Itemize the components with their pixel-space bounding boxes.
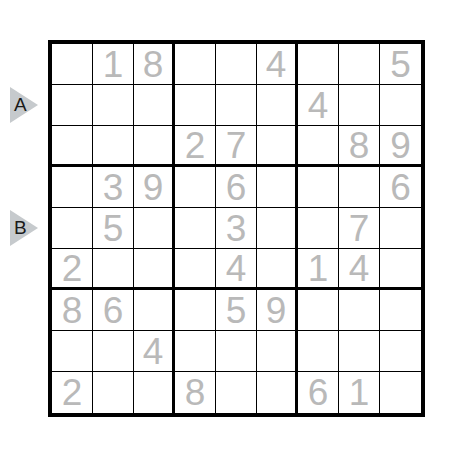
sudoku-cell-r5c4[interactable] [175, 208, 216, 249]
sudoku-cell-r6c6[interactable] [257, 249, 298, 290]
sudoku-cell-r5c6[interactable] [257, 208, 298, 249]
sudoku-cell-r5c5[interactable]: 3 [216, 208, 257, 249]
sudoku-cell-r7c3[interactable] [134, 290, 175, 331]
sudoku-cell-r6c5[interactable]: 4 [216, 249, 257, 290]
sudoku-cell-r6c2[interactable] [93, 249, 134, 290]
sudoku-cell-r4c3[interactable]: 9 [134, 167, 175, 208]
sudoku-cell-r5c2[interactable]: 5 [93, 208, 134, 249]
sudoku-cell-r1c7[interactable] [298, 44, 339, 85]
row-marker-b-label: B [14, 217, 27, 239]
sudoku-cell-r6c1[interactable]: 2 [52, 249, 93, 290]
sudoku-cell-r1c2[interactable]: 1 [93, 44, 134, 85]
sudoku-cell-r7c2[interactable]: 6 [93, 290, 134, 331]
sudoku-cell-r8c4[interactable] [175, 331, 216, 372]
sudoku-cell-r7c4[interactable] [175, 290, 216, 331]
puzzle-page: A B 18454278939665372414865942861 [0, 0, 470, 459]
sudoku-cell-r3c2[interactable] [93, 126, 134, 167]
sudoku-cell-r4c9[interactable]: 6 [380, 167, 421, 208]
row-marker-b: B [10, 210, 38, 246]
sudoku-cell-r2c4[interactable] [175, 85, 216, 126]
sudoku-cell-r7c7[interactable] [298, 290, 339, 331]
sudoku-cell-r2c9[interactable] [380, 85, 421, 126]
sudoku-cell-r2c7[interactable]: 4 [298, 85, 339, 126]
sudoku-cell-r2c5[interactable] [216, 85, 257, 126]
sudoku-cell-r3c5[interactable]: 7 [216, 126, 257, 167]
sudoku-cell-r9c9[interactable] [380, 372, 421, 413]
sudoku-cell-r6c8[interactable]: 4 [339, 249, 380, 290]
sudoku-cell-r6c4[interactable] [175, 249, 216, 290]
sudoku-cell-r8c3[interactable]: 4 [134, 331, 175, 372]
row-marker-a: A [10, 87, 38, 123]
sudoku-cell-r7c8[interactable] [339, 290, 380, 331]
sudoku-cell-r4c4[interactable] [175, 167, 216, 208]
sudoku-cell-r8c5[interactable] [216, 331, 257, 372]
sudoku-cell-r4c8[interactable] [339, 167, 380, 208]
sudoku-board: 18454278939665372414865942861 [48, 40, 425, 417]
sudoku-cell-r8c2[interactable] [93, 331, 134, 372]
sudoku-cell-r1c9[interactable]: 5 [380, 44, 421, 85]
sudoku-cell-r3c9[interactable]: 9 [380, 126, 421, 167]
sudoku-cell-r9c7[interactable]: 6 [298, 372, 339, 413]
sudoku-cell-r3c8[interactable]: 8 [339, 126, 380, 167]
sudoku-cell-r1c8[interactable] [339, 44, 380, 85]
sudoku-cell-r2c2[interactable] [93, 85, 134, 126]
sudoku-cell-r4c7[interactable] [298, 167, 339, 208]
sudoku-cell-r7c5[interactable]: 5 [216, 290, 257, 331]
sudoku-cell-r9c1[interactable]: 2 [52, 372, 93, 413]
sudoku-cell-r2c3[interactable] [134, 85, 175, 126]
sudoku-cell-r3c7[interactable] [298, 126, 339, 167]
sudoku-cell-r4c5[interactable]: 6 [216, 167, 257, 208]
sudoku-cell-r3c6[interactable] [257, 126, 298, 167]
sudoku-cell-r7c6[interactable]: 9 [257, 290, 298, 331]
sudoku-cell-r5c3[interactable] [134, 208, 175, 249]
sudoku-cell-r1c5[interactable] [216, 44, 257, 85]
sudoku-cell-r7c9[interactable] [380, 290, 421, 331]
sudoku-cell-r2c6[interactable] [257, 85, 298, 126]
sudoku-cell-r8c7[interactable] [298, 331, 339, 372]
sudoku-cell-r6c9[interactable] [380, 249, 421, 290]
sudoku-cell-r5c7[interactable] [298, 208, 339, 249]
sudoku-cell-r9c8[interactable]: 1 [339, 372, 380, 413]
sudoku-cell-r4c1[interactable] [52, 167, 93, 208]
sudoku-cell-r1c6[interactable]: 4 [257, 44, 298, 85]
sudoku-cell-r6c7[interactable]: 1 [298, 249, 339, 290]
sudoku-cell-r9c2[interactable] [93, 372, 134, 413]
row-marker-a-label: A [14, 94, 27, 116]
sudoku-cell-r3c1[interactable] [52, 126, 93, 167]
sudoku-cell-r5c8[interactable]: 7 [339, 208, 380, 249]
sudoku-cell-r2c8[interactable] [339, 85, 380, 126]
sudoku-cell-r4c6[interactable] [257, 167, 298, 208]
sudoku-cell-r5c1[interactable] [52, 208, 93, 249]
sudoku-cell-r1c1[interactable] [52, 44, 93, 85]
sudoku-cell-r6c3[interactable] [134, 249, 175, 290]
sudoku-cell-r2c1[interactable] [52, 85, 93, 126]
sudoku-cell-r3c3[interactable] [134, 126, 175, 167]
sudoku-cell-r8c1[interactable] [52, 331, 93, 372]
sudoku-cell-r8c9[interactable] [380, 331, 421, 372]
sudoku-cell-r9c4[interactable]: 8 [175, 372, 216, 413]
sudoku-cell-r1c4[interactable] [175, 44, 216, 85]
sudoku-cell-r4c2[interactable]: 3 [93, 167, 134, 208]
sudoku-cell-r9c6[interactable] [257, 372, 298, 413]
sudoku-cell-r9c3[interactable] [134, 372, 175, 413]
sudoku-cell-r5c9[interactable] [380, 208, 421, 249]
sudoku-cell-r9c5[interactable] [216, 372, 257, 413]
sudoku-cell-r1c3[interactable]: 8 [134, 44, 175, 85]
sudoku-cell-r3c4[interactable]: 2 [175, 126, 216, 167]
sudoku-cell-r7c1[interactable]: 8 [52, 290, 93, 331]
sudoku-cell-r8c8[interactable] [339, 331, 380, 372]
sudoku-cell-r8c6[interactable] [257, 331, 298, 372]
